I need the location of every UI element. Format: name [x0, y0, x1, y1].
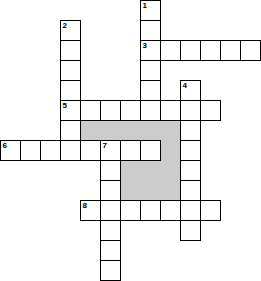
crossword-cell[interactable] [180, 200, 201, 221]
crossword-cell[interactable]: 6 [0, 140, 21, 161]
crossword-cell[interactable] [160, 100, 181, 121]
crossword-cell[interactable]: 3 [140, 40, 161, 61]
crossword-cell[interactable] [60, 60, 81, 81]
crossword-cell[interactable] [120, 100, 141, 121]
shaded-region-cell [120, 180, 141, 201]
crossword-cell[interactable] [220, 40, 241, 61]
shaded-region-cell [140, 180, 161, 201]
clue-number: 4 [183, 81, 187, 91]
crossword-cell[interactable] [140, 140, 161, 161]
crossword-cell[interactable]: 2 [60, 20, 81, 41]
crossword-cell[interactable] [80, 100, 101, 121]
crossword-cell[interactable] [140, 80, 161, 101]
crossword-cell[interactable] [180, 120, 201, 141]
crossword-cell[interactable] [200, 200, 221, 221]
crossword-cell[interactable] [180, 220, 201, 241]
crossword-cell[interactable] [80, 140, 101, 161]
shaded-region-cell [160, 120, 181, 141]
shaded-region-cell [120, 120, 141, 141]
crossword-cell[interactable] [40, 140, 61, 161]
crossword-cell[interactable] [180, 180, 201, 201]
clue-number: 3 [143, 41, 147, 51]
crossword-board: 12345678 [0, 0, 261, 281]
crossword-cell[interactable] [160, 200, 181, 221]
crossword-cell[interactable]: 8 [80, 200, 101, 221]
crossword-cell[interactable] [60, 40, 81, 61]
crossword-cell[interactable]: 5 [60, 100, 81, 121]
crossword-cell[interactable] [100, 180, 121, 201]
shaded-region-cell [80, 120, 101, 141]
crossword-cell[interactable] [60, 80, 81, 101]
shaded-region-cell [160, 160, 181, 181]
crossword-cell[interactable] [120, 140, 141, 161]
crossword-cell[interactable] [60, 120, 81, 141]
shaded-region-cell [100, 120, 121, 141]
crossword-cell[interactable] [140, 20, 161, 41]
crossword-cell[interactable] [140, 100, 161, 121]
crossword-cell[interactable] [100, 260, 121, 281]
crossword-cell[interactable] [180, 140, 201, 161]
clue-number: 1 [143, 1, 147, 11]
crossword-cell[interactable] [180, 40, 201, 61]
crossword-cell[interactable] [240, 40, 261, 61]
clue-number: 6 [3, 141, 7, 151]
crossword-cell[interactable] [20, 140, 41, 161]
crossword-cell[interactable] [100, 200, 121, 221]
crossword-cell[interactable] [160, 40, 181, 61]
crossword-cell[interactable] [200, 100, 221, 121]
crossword-cell[interactable] [60, 140, 81, 161]
crossword-cell[interactable] [140, 60, 161, 81]
shaded-region-cell [120, 160, 141, 181]
clue-number: 2 [63, 21, 67, 31]
crossword-cell[interactable] [100, 220, 121, 241]
shaded-region-cell [140, 120, 161, 141]
clue-number: 7 [103, 141, 107, 151]
crossword-cell[interactable] [100, 160, 121, 181]
crossword-cell[interactable] [120, 200, 141, 221]
crossword-cell[interactable]: 4 [180, 80, 201, 101]
crossword-cell[interactable]: 1 [140, 0, 161, 21]
crossword-cell[interactable] [140, 200, 161, 221]
crossword-cell[interactable] [100, 100, 121, 121]
crossword-cell[interactable] [180, 100, 201, 121]
shaded-region-cell [160, 180, 181, 201]
shaded-region-cell [160, 140, 181, 161]
clue-number: 8 [83, 201, 87, 211]
crossword-cell[interactable] [100, 240, 121, 261]
shaded-region-cell [140, 160, 161, 181]
crossword-cell[interactable] [200, 40, 221, 61]
crossword-cell[interactable]: 7 [100, 140, 121, 161]
clue-number: 5 [63, 101, 67, 111]
crossword-cell[interactable] [180, 160, 201, 181]
